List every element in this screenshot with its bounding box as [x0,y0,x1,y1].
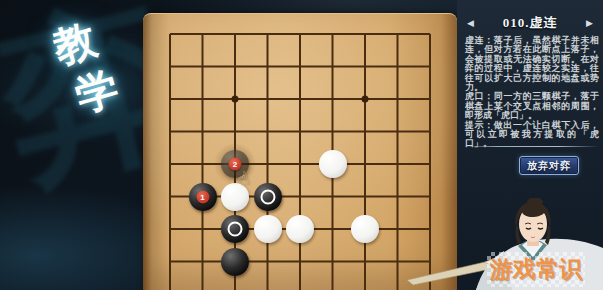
move-number-badge: 1 [196,190,209,203]
stone-black [221,248,249,276]
stone-white [319,150,347,178]
board-grid [170,34,430,290]
stone-white [286,215,314,243]
stone-black [254,183,282,211]
next-lesson-arrow-icon[interactable]: ▶ [586,14,593,32]
stone-white [254,215,282,243]
banner-char-learn: 学 [69,59,125,124]
lesson-title: 010.虚连 [503,14,558,32]
give-up-game-button[interactable]: 放弃对弈 [519,156,579,175]
stone-black [221,215,249,243]
star-point [362,96,369,103]
panel-divider [463,146,599,147]
lesson-paragraph-hint: 提示：做出一个让白棋下入后，可以立即被我方提取的「虎口」。 [465,121,599,149]
lesson-paragraph-hukou: 虎口：同一方的三颗棋子，落于棋盘上某个交叉点相邻的周围，即形成「虎口」。 [465,92,599,120]
lesson-paragraph-xulian: 虚连：落子后，虽然棋子并未相连，但对方若在此断点上落子，会被提取或无法确实切断。… [465,36,599,92]
star-point [232,96,239,103]
lesson-text: 虚连：落子后，虽然棋子并未相连，但对方若在此断点上落子，会被提取或无法确实切断。… [465,36,599,149]
go-teaching-app: 弈 教 学 12☝ ◀ 010.虚连 ▶ 虚连：落子后，虽然棋子并未相连，但对方… [0,0,603,290]
stone-white [351,215,379,243]
go-board[interactable]: 12☝ [143,13,457,290]
teaching-banner: 教 学 [46,10,136,140]
prev-lesson-arrow-icon[interactable]: ◀ [467,14,474,32]
lesson-header: ◀ 010.虚连 ▶ [457,14,603,32]
watermark-text: 游戏常识 [487,252,585,287]
